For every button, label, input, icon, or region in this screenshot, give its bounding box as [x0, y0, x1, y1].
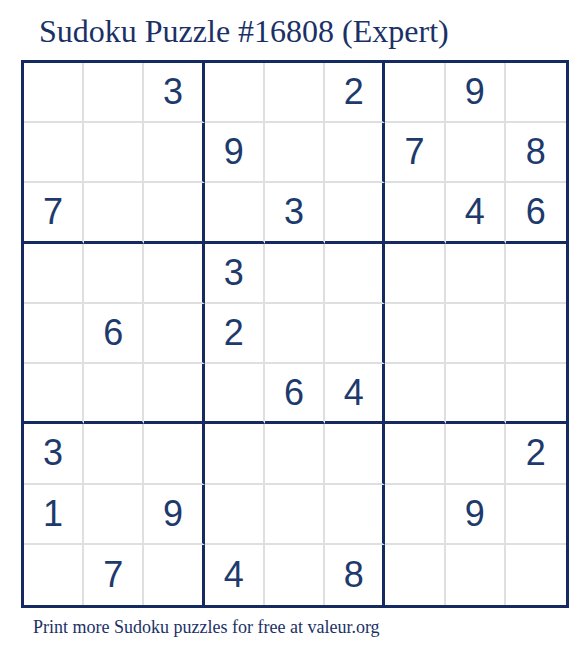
- cell-r4c6: [325, 244, 385, 304]
- cell-r5c8: [446, 304, 506, 364]
- cell-r3c3: [144, 183, 204, 243]
- cell-r3c6: [325, 183, 385, 243]
- cell-r2c6: [325, 123, 385, 183]
- cell-r9c4: 4: [205, 545, 265, 605]
- cell-r2c1: [24, 123, 84, 183]
- cell-r9c2: 7: [84, 545, 144, 605]
- cell-r6c5: 6: [265, 364, 325, 424]
- cell-r3c2: [84, 183, 144, 243]
- cell-r9c6: 8: [325, 545, 385, 605]
- cell-r7c7: [385, 424, 445, 484]
- cell-r1c5: [265, 63, 325, 123]
- cell-r1c7: [385, 63, 445, 123]
- cell-r4c9: [506, 244, 566, 304]
- cell-r7c8: [446, 424, 506, 484]
- cell-r3c4: [205, 183, 265, 243]
- cell-r5c5: [265, 304, 325, 364]
- cell-r8c2: [84, 485, 144, 545]
- cell-r5c7: [385, 304, 445, 364]
- cell-r2c9: 8: [506, 123, 566, 183]
- cell-r1c8: 9: [446, 63, 506, 123]
- cell-r8c3: 9: [144, 485, 204, 545]
- cell-r8c5: [265, 485, 325, 545]
- cell-r8c1: 1: [24, 485, 84, 545]
- cell-r7c5: [265, 424, 325, 484]
- cell-r1c9: [506, 63, 566, 123]
- cell-r1c2: [84, 63, 144, 123]
- page-title: Sudoku Puzzle #16808 (Expert): [39, 13, 449, 50]
- cell-r9c8: [446, 545, 506, 605]
- cell-r8c9: [506, 485, 566, 545]
- cell-r1c1: [24, 63, 84, 123]
- cell-r6c2: [84, 364, 144, 424]
- cell-r3c5: 3: [265, 183, 325, 243]
- cell-r2c5: [265, 123, 325, 183]
- cell-r2c7: 7: [385, 123, 445, 183]
- cell-r6c9: [506, 364, 566, 424]
- cell-r7c6: [325, 424, 385, 484]
- cell-r9c5: [265, 545, 325, 605]
- cell-r2c8: [446, 123, 506, 183]
- cell-r4c5: [265, 244, 325, 304]
- cell-r9c3: [144, 545, 204, 605]
- cell-r3c7: [385, 183, 445, 243]
- cell-r1c3: 3: [144, 63, 204, 123]
- cell-r4c8: [446, 244, 506, 304]
- cell-r5c1: [24, 304, 84, 364]
- cell-r3c8: 4: [446, 183, 506, 243]
- cell-r2c4: 9: [205, 123, 265, 183]
- cell-r5c9: [506, 304, 566, 364]
- cell-r5c3: [144, 304, 204, 364]
- cell-r7c1: 3: [24, 424, 84, 484]
- cell-r6c6: 4: [325, 364, 385, 424]
- cell-r8c7: [385, 485, 445, 545]
- cell-r8c8: 9: [446, 485, 506, 545]
- cell-r7c4: [205, 424, 265, 484]
- cell-r9c9: [506, 545, 566, 605]
- cell-r8c6: [325, 485, 385, 545]
- cell-r2c2: [84, 123, 144, 183]
- cell-r1c4: [205, 63, 265, 123]
- cell-r7c2: [84, 424, 144, 484]
- footer-text: Print more Sudoku puzzles for free at va…: [33, 617, 380, 638]
- cell-r3c9: 6: [506, 183, 566, 243]
- sudoku-board: 32997873463626432199748: [21, 60, 569, 608]
- cell-r2c3: [144, 123, 204, 183]
- cell-r9c1: [24, 545, 84, 605]
- cell-r6c8: [446, 364, 506, 424]
- cell-r6c4: [205, 364, 265, 424]
- cell-r4c7: [385, 244, 445, 304]
- cell-r4c4: 3: [205, 244, 265, 304]
- cell-r7c3: [144, 424, 204, 484]
- cell-r9c7: [385, 545, 445, 605]
- cell-r1c6: 2: [325, 63, 385, 123]
- cell-r3c1: 7: [24, 183, 84, 243]
- cell-r6c3: [144, 364, 204, 424]
- cell-r7c9: 2: [506, 424, 566, 484]
- cell-r5c2: 6: [84, 304, 144, 364]
- cell-r6c1: [24, 364, 84, 424]
- cell-r6c7: [385, 364, 445, 424]
- cell-r5c6: [325, 304, 385, 364]
- cell-r5c4: 2: [205, 304, 265, 364]
- cell-r4c1: [24, 244, 84, 304]
- cell-r4c3: [144, 244, 204, 304]
- cell-r4c2: [84, 244, 144, 304]
- cell-r8c4: [205, 485, 265, 545]
